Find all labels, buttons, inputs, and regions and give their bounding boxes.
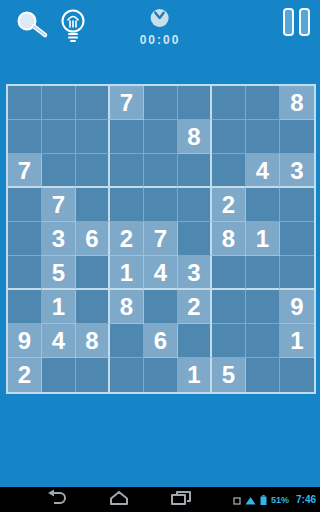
battery-icon [260, 491, 267, 509]
cell-r3c9[interactable]: 3 [280, 154, 314, 188]
cell-r4c2[interactable]: 7 [42, 188, 76, 222]
battery-percent: 51% [271, 495, 289, 505]
cell-r5c5[interactable]: 7 [144, 222, 178, 256]
cell-r9c3[interactable] [76, 358, 110, 392]
cell-r1c5[interactable] [144, 86, 178, 120]
cell-r7c3[interactable] [76, 290, 110, 324]
cell-r1c7[interactable] [212, 86, 246, 120]
cell-r5c2[interactable]: 3 [42, 222, 76, 256]
magnifier-icon [15, 28, 49, 43]
cell-r5c1[interactable] [8, 222, 42, 256]
cell-r5c9[interactable] [280, 222, 314, 256]
cell-r2c3[interactable] [76, 120, 110, 154]
timer: 00:00 [140, 8, 181, 47]
cell-r8c5[interactable]: 6 [144, 324, 178, 358]
cell-r7c8[interactable] [246, 290, 280, 324]
clock-icon [150, 14, 170, 31]
cell-r2c2[interactable] [42, 120, 76, 154]
cell-r4c1[interactable] [8, 188, 42, 222]
cell-r1c6[interactable] [178, 86, 212, 120]
cell-r8c8[interactable] [246, 324, 280, 358]
cell-r1c9[interactable]: 8 [280, 86, 314, 120]
cell-r4c6[interactable] [178, 188, 212, 222]
cell-r3c4[interactable] [110, 154, 144, 188]
cell-r6c1[interactable] [8, 256, 42, 290]
cell-r3c5[interactable] [144, 154, 178, 188]
back-icon [45, 490, 69, 509]
cell-r3c1[interactable]: 7 [8, 154, 42, 188]
cell-r3c3[interactable] [76, 154, 110, 188]
cell-r8c2[interactable]: 4 [42, 324, 76, 358]
cell-r9c1[interactable]: 2 [8, 358, 42, 392]
cell-r5c8[interactable]: 1 [246, 222, 280, 256]
cell-r5c4[interactable]: 2 [110, 222, 144, 256]
cell-r9c5[interactable] [144, 358, 178, 392]
cell-r4c7[interactable]: 2 [212, 188, 246, 222]
cell-r4c3[interactable] [76, 188, 110, 222]
notification-icon [233, 491, 241, 509]
cell-r7c4[interactable]: 8 [110, 290, 144, 324]
cell-r8c6[interactable] [178, 324, 212, 358]
timer-text: 00:00 [140, 33, 181, 47]
cell-r8c4[interactable] [110, 324, 144, 358]
cell-r4c9[interactable] [280, 188, 314, 222]
system-navbar: 51% 7:46 [0, 487, 320, 512]
cell-r8c3[interactable]: 8 [76, 324, 110, 358]
home-button[interactable] [104, 487, 134, 512]
cell-r3c2[interactable] [42, 154, 76, 188]
cell-r9c9[interactable] [280, 358, 314, 392]
cell-r2c8[interactable] [246, 120, 280, 154]
cell-r1c4[interactable]: 7 [110, 86, 144, 120]
pause-icon [283, 8, 294, 36]
sudoku-board: 788743723627815143182994861215 [6, 84, 316, 394]
cell-r7c1[interactable] [8, 290, 42, 324]
cell-r6c2[interactable]: 5 [42, 256, 76, 290]
cell-r9c8[interactable] [246, 358, 280, 392]
cell-r3c8[interactable]: 4 [246, 154, 280, 188]
cell-r2c6[interactable]: 8 [178, 120, 212, 154]
cell-r9c7[interactable]: 5 [212, 358, 246, 392]
cell-r6c9[interactable] [280, 256, 314, 290]
cell-r2c9[interactable] [280, 120, 314, 154]
cell-r7c9[interactable]: 9 [280, 290, 314, 324]
cell-r7c7[interactable] [212, 290, 246, 324]
pause-icon [299, 8, 310, 36]
cell-r7c6[interactable]: 2 [178, 290, 212, 324]
cell-r9c2[interactable] [42, 358, 76, 392]
cell-r6c6[interactable]: 3 [178, 256, 212, 290]
cell-r2c5[interactable] [144, 120, 178, 154]
status-cluster: 51% 7:46 [233, 487, 316, 512]
hint-button[interactable] [56, 8, 90, 42]
bulb-icon [57, 30, 89, 45]
cell-r5c3[interactable]: 6 [76, 222, 110, 256]
cell-r8c1[interactable]: 9 [8, 324, 42, 358]
cell-r6c3[interactable] [76, 256, 110, 290]
cell-r1c1[interactable] [8, 86, 42, 120]
cell-r9c6[interactable]: 1 [178, 358, 212, 392]
cell-r7c2[interactable]: 1 [42, 290, 76, 324]
search-button[interactable] [14, 10, 50, 42]
cell-r3c6[interactable] [178, 154, 212, 188]
wifi-icon [245, 491, 256, 509]
back-button[interactable] [42, 487, 72, 512]
home-icon [107, 490, 131, 509]
cell-r5c7[interactable]: 8 [212, 222, 246, 256]
cell-r1c3[interactable] [76, 86, 110, 120]
cell-r1c8[interactable] [246, 86, 280, 120]
cell-r2c1[interactable] [8, 120, 42, 154]
cell-r4c4[interactable] [110, 188, 144, 222]
cell-r2c4[interactable] [110, 120, 144, 154]
cell-r3c7[interactable] [212, 154, 246, 188]
cell-r4c8[interactable] [246, 188, 280, 222]
cell-r2c7[interactable] [212, 120, 246, 154]
cell-r7c5[interactable] [144, 290, 178, 324]
toolbar: 00:00 [0, 0, 320, 60]
cell-r8c9[interactable]: 1 [280, 324, 314, 358]
cell-r4c5[interactable] [144, 188, 178, 222]
cell-r6c5[interactable]: 4 [144, 256, 178, 290]
cell-r5c6[interactable] [178, 222, 212, 256]
cell-r6c8[interactable] [246, 256, 280, 290]
clock-text: 7:46 [296, 494, 316, 505]
cell-r9c4[interactable] [110, 358, 144, 392]
cell-r8c7[interactable] [212, 324, 246, 358]
recents-icon [170, 490, 192, 509]
cell-r6c7[interactable] [212, 256, 246, 290]
recents-button[interactable] [166, 487, 196, 512]
pause-button[interactable] [283, 8, 310, 36]
cell-r1c2[interactable] [42, 86, 76, 120]
cell-r6c4[interactable]: 1 [110, 256, 144, 290]
